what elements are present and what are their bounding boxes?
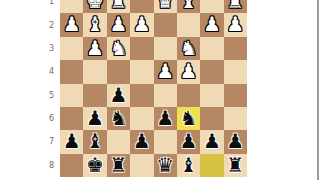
rank-labels: 12345678 [0, 0, 57, 177]
black-pawn-e7: ♟ [130, 130, 153, 153]
white-pawn-g3: ♟ [83, 37, 106, 60]
square-c8[interactable]: ♝ [177, 154, 200, 177]
white-pawn-a2: ♟ [224, 13, 247, 36]
square-b5[interactable] [200, 84, 223, 107]
black-queen-d8: ♛ [154, 154, 177, 177]
rank-label-3: 3 [0, 37, 57, 60]
square-c4[interactable]: ♟ [177, 60, 200, 83]
square-e8[interactable] [130, 154, 153, 177]
square-c1[interactable]: ♝ [177, 0, 200, 13]
square-g7[interactable]: ♝ [83, 130, 106, 153]
square-b6[interactable] [200, 107, 223, 130]
square-h3[interactable] [60, 37, 83, 60]
square-e4[interactable] [130, 60, 153, 83]
square-h8[interactable] [60, 154, 83, 177]
square-d2[interactable] [154, 13, 177, 36]
black-pawn-c7: ♟ [177, 130, 200, 153]
white-rook-a1: ♜ [224, 0, 247, 13]
black-pawn-f5: ♟ [107, 84, 130, 107]
square-c6[interactable]: ♞ [177, 107, 200, 130]
square-e1[interactable] [130, 0, 153, 13]
square-c5[interactable] [177, 84, 200, 107]
black-pawn-b7: ♟ [200, 130, 223, 153]
square-a5[interactable] [224, 84, 247, 107]
black-pawn-d6: ♟ [154, 107, 177, 130]
square-e5[interactable] [130, 84, 153, 107]
square-d4[interactable]: ♟ [154, 60, 177, 83]
square-h7[interactable]: ♟ [60, 130, 83, 153]
white-king-g1: ♚ [83, 0, 106, 13]
square-b2[interactable]: ♟ [200, 13, 223, 36]
square-f7[interactable] [107, 130, 130, 153]
square-a6[interactable] [224, 107, 247, 130]
square-d8[interactable]: ♛ [154, 154, 177, 177]
rank-label-6: 6 [0, 107, 57, 130]
chess-board: ♚♜♛♝♜♟♝♟♟♟♟♟♞♞♟♟♟♟♞♟♞♟♝♟♟♟♟♚♜♛♝♜ [60, 0, 247, 177]
black-knight-c6: ♞ [177, 107, 200, 130]
square-g3[interactable]: ♟ [83, 37, 106, 60]
square-h4[interactable] [60, 60, 83, 83]
black-king-g8: ♚ [83, 154, 106, 177]
black-bishop-c8: ♝ [177, 154, 200, 177]
square-d7[interactable] [154, 130, 177, 153]
square-a2[interactable]: ♟ [224, 13, 247, 36]
black-bishop-g7: ♝ [83, 130, 106, 153]
black-pawn-h7: ♟ [60, 130, 83, 153]
black-pawn-g6: ♟ [83, 107, 106, 130]
white-rook-f1: ♜ [107, 0, 130, 13]
square-b8[interactable] [200, 154, 223, 177]
rank-label-8: 8 [0, 154, 57, 177]
square-h6[interactable] [60, 107, 83, 130]
white-pawn-h2: ♟ [60, 13, 83, 36]
white-bishop-c1: ♝ [177, 0, 200, 13]
square-f8[interactable]: ♜ [107, 154, 130, 177]
square-h5[interactable] [60, 84, 83, 107]
white-pawn-d4: ♟ [154, 60, 177, 83]
square-g4[interactable] [83, 60, 106, 83]
square-g1[interactable]: ♚ [83, 0, 106, 13]
square-f6[interactable]: ♞ [107, 107, 130, 130]
black-pawn-a7: ♟ [224, 130, 247, 153]
square-f4[interactable] [107, 60, 130, 83]
square-a1[interactable]: ♜ [224, 0, 247, 13]
square-c3[interactable]: ♞ [177, 37, 200, 60]
square-a7[interactable]: ♟ [224, 130, 247, 153]
rank-label-7: 7 [0, 130, 57, 153]
square-c7[interactable]: ♟ [177, 130, 200, 153]
black-rook-a8: ♜ [224, 154, 247, 177]
white-knight-f3: ♞ [107, 37, 130, 60]
square-f1[interactable]: ♜ [107, 0, 130, 13]
black-knight-f6: ♞ [107, 107, 130, 130]
white-bishop-g2: ♝ [83, 13, 106, 36]
square-g8[interactable]: ♚ [83, 154, 106, 177]
square-b4[interactable] [200, 60, 223, 83]
square-d5[interactable] [154, 84, 177, 107]
square-f5[interactable]: ♟ [107, 84, 130, 107]
rank-label-5: 5 [0, 84, 57, 107]
square-f2[interactable]: ♟ [107, 13, 130, 36]
square-e7[interactable]: ♟ [130, 130, 153, 153]
square-h1[interactable] [60, 0, 83, 13]
square-d3[interactable] [154, 37, 177, 60]
square-b1[interactable] [200, 0, 223, 13]
square-d1[interactable]: ♛ [154, 0, 177, 13]
square-a3[interactable] [224, 37, 247, 60]
square-h2[interactable]: ♟ [60, 13, 83, 36]
square-a4[interactable] [224, 60, 247, 83]
rank-label-4: 4 [0, 60, 57, 83]
white-pawn-b2: ♟ [200, 13, 223, 36]
square-e6[interactable] [130, 107, 153, 130]
square-g5[interactable] [83, 84, 106, 107]
square-b3[interactable] [200, 37, 223, 60]
square-d6[interactable]: ♟ [154, 107, 177, 130]
square-g2[interactable]: ♝ [83, 13, 106, 36]
square-g6[interactable]: ♟ [83, 107, 106, 130]
square-e3[interactable] [130, 37, 153, 60]
square-e2[interactable]: ♟ [130, 13, 153, 36]
rank-label-1: 1 [0, 0, 57, 13]
white-pawn-e2: ♟ [130, 13, 153, 36]
square-f3[interactable]: ♞ [107, 37, 130, 60]
square-b7[interactable]: ♟ [200, 130, 223, 153]
square-c2[interactable] [177, 13, 200, 36]
black-rook-f8: ♜ [107, 154, 130, 177]
page-edge-line [317, 0, 319, 180]
white-queen-d1: ♛ [154, 0, 177, 13]
white-pawn-f2: ♟ [107, 13, 130, 36]
rank-label-2: 2 [0, 13, 57, 36]
white-knight-c3: ♞ [177, 37, 200, 60]
chess-page: 12345678 ♚♜♛♝♜♟♝♟♟♟♟♟♞♞♟♟♟♟♞♟♞♟♝♟♟♟♟♚♜♛♝… [0, 0, 320, 180]
square-a8[interactable]: ♜ [224, 154, 247, 177]
white-pawn-c4: ♟ [177, 60, 200, 83]
